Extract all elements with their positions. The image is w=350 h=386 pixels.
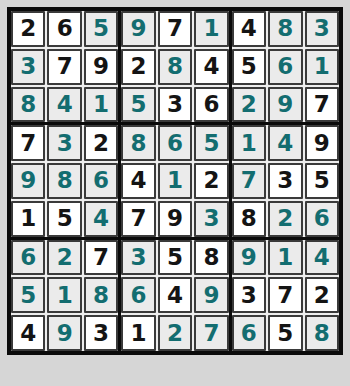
box-4: 732986154	[11, 125, 118, 236]
cell-r6c1[interactable]: 1	[11, 201, 45, 237]
cell-r7c6[interactable]: 8	[194, 240, 228, 276]
cell-r4c2[interactable]: 3	[47, 125, 81, 161]
cell-r1c9[interactable]: 3	[305, 11, 339, 47]
cell-r4c4[interactable]: 8	[121, 125, 155, 161]
cell-r2c3[interactable]: 9	[84, 49, 118, 85]
cell-r9c7[interactable]: 6	[232, 315, 266, 351]
cell-r5c6[interactable]: 2	[194, 163, 228, 199]
cell-r5c8[interactable]: 3	[268, 163, 302, 199]
cell-r6c3[interactable]: 4	[84, 201, 118, 237]
cell-r8c8[interactable]: 7	[268, 277, 302, 313]
cell-r2c9[interactable]: 1	[305, 49, 339, 85]
cell-r6c2[interactable]: 5	[47, 201, 81, 237]
cell-r1c7[interactable]: 4	[232, 11, 266, 47]
cell-r4c6[interactable]: 5	[194, 125, 228, 161]
cell-r4c8[interactable]: 4	[268, 125, 302, 161]
cell-r7c2[interactable]: 2	[47, 240, 81, 276]
cell-r7c5[interactable]: 5	[158, 240, 192, 276]
cell-r6c4[interactable]: 7	[121, 201, 155, 237]
box-1: 265379841	[11, 11, 118, 122]
cell-r2c7[interactable]: 5	[232, 49, 266, 85]
cell-r9c9[interactable]: 8	[305, 315, 339, 351]
cell-r9c8[interactable]: 5	[268, 315, 302, 351]
cell-r8c1[interactable]: 5	[11, 277, 45, 313]
cell-r2c5[interactable]: 8	[158, 49, 192, 85]
cell-r5c1[interactable]: 9	[11, 163, 45, 199]
cell-r7c4[interactable]: 3	[121, 240, 155, 276]
cell-r3c8[interactable]: 9	[268, 87, 302, 123]
cell-r6c5[interactable]: 9	[158, 201, 192, 237]
cell-r6c8[interactable]: 2	[268, 201, 302, 237]
cell-r1c4[interactable]: 9	[121, 11, 155, 47]
cell-r5c2[interactable]: 8	[47, 163, 81, 199]
cell-r6c7[interactable]: 8	[232, 201, 266, 237]
cell-r9c2[interactable]: 9	[47, 315, 81, 351]
cell-r8c7[interactable]: 3	[232, 277, 266, 313]
cell-r7c8[interactable]: 1	[268, 240, 302, 276]
box-6: 149735826	[232, 125, 339, 236]
cell-r3c9[interactable]: 7	[305, 87, 339, 123]
cell-r5c9[interactable]: 5	[305, 163, 339, 199]
cell-r5c4[interactable]: 4	[121, 163, 155, 199]
cell-r2c8[interactable]: 6	[268, 49, 302, 85]
cell-r6c9[interactable]: 6	[305, 201, 339, 237]
cell-r4c3[interactable]: 2	[84, 125, 118, 161]
cell-r1c8[interactable]: 8	[268, 11, 302, 47]
cell-r1c2[interactable]: 6	[47, 11, 81, 47]
cell-r8c2[interactable]: 1	[47, 277, 81, 313]
cell-r5c3[interactable]: 6	[84, 163, 118, 199]
page: { "game": "sudoku", "state": "fully solv…	[0, 0, 350, 386]
box-5: 865412793	[121, 125, 228, 236]
cell-r2c1[interactable]: 3	[11, 49, 45, 85]
cell-r3c6[interactable]: 6	[194, 87, 228, 123]
sudoku-board: 2653798419712845364835612977329861548654…	[7, 7, 343, 355]
cell-r4c5[interactable]: 6	[158, 125, 192, 161]
cell-r7c3[interactable]: 7	[84, 240, 118, 276]
cell-r4c7[interactable]: 1	[232, 125, 266, 161]
cell-r1c1[interactable]: 2	[11, 11, 45, 47]
cell-r5c7[interactable]: 7	[232, 163, 266, 199]
cell-r4c1[interactable]: 7	[11, 125, 45, 161]
cell-r9c5[interactable]: 2	[158, 315, 192, 351]
cell-r1c6[interactable]: 1	[194, 11, 228, 47]
cell-r3c5[interactable]: 3	[158, 87, 192, 123]
cell-r3c7[interactable]: 2	[232, 87, 266, 123]
cell-r6c6[interactable]: 3	[194, 201, 228, 237]
cell-r1c5[interactable]: 7	[158, 11, 192, 47]
cell-r2c2[interactable]: 7	[47, 49, 81, 85]
cell-r5c5[interactable]: 1	[158, 163, 192, 199]
cell-r3c2[interactable]: 4	[47, 87, 81, 123]
cell-r8c9[interactable]: 2	[305, 277, 339, 313]
cell-r4c9[interactable]: 9	[305, 125, 339, 161]
cell-r8c5[interactable]: 4	[158, 277, 192, 313]
cell-r7c1[interactable]: 6	[11, 240, 45, 276]
cell-r8c4[interactable]: 6	[121, 277, 155, 313]
cell-r8c3[interactable]: 8	[84, 277, 118, 313]
box-2: 971284536	[121, 11, 228, 122]
cell-r8c6[interactable]: 9	[194, 277, 228, 313]
box-9: 914372658	[232, 240, 339, 351]
cell-r9c6[interactable]: 7	[194, 315, 228, 351]
cell-r2c4[interactable]: 2	[121, 49, 155, 85]
cell-r1c3[interactable]: 5	[84, 11, 118, 47]
cell-r3c4[interactable]: 5	[121, 87, 155, 123]
cell-r9c3[interactable]: 3	[84, 315, 118, 351]
cell-r3c3[interactable]: 1	[84, 87, 118, 123]
cell-r3c1[interactable]: 8	[11, 87, 45, 123]
box-7: 627518493	[11, 240, 118, 351]
cell-r2c6[interactable]: 4	[194, 49, 228, 85]
box-8: 358649127	[121, 240, 228, 351]
cell-r7c7[interactable]: 9	[232, 240, 266, 276]
box-3: 483561297	[232, 11, 339, 122]
cell-r9c4[interactable]: 1	[121, 315, 155, 351]
cell-r9c1[interactable]: 4	[11, 315, 45, 351]
cell-r7c9[interactable]: 4	[305, 240, 339, 276]
